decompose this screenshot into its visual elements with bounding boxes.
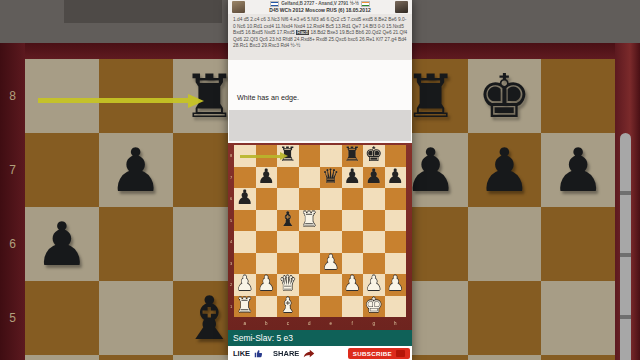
- black-player-avatar: [395, 1, 408, 13]
- white-pawn: ♟: [256, 273, 278, 295]
- square-g6: [363, 188, 385, 210]
- last-move-arrow-mini: [240, 152, 290, 161]
- square-f2: ♟: [342, 274, 364, 296]
- square-a4: [234, 231, 256, 253]
- big-board-rank-labels: 8765: [0, 59, 25, 355]
- white-player-avatar: [232, 1, 245, 13]
- square-a1: ♜: [234, 296, 256, 318]
- square-h2: ♟: [385, 274, 407, 296]
- square-h8: [541, 59, 615, 133]
- white-rook: ♜: [299, 209, 321, 231]
- square-b7: ♟: [99, 133, 173, 207]
- scrollbar[interactable]: [620, 133, 631, 360]
- square-g6: [468, 207, 542, 281]
- square-e2: [320, 274, 342, 296]
- square-h4: [385, 231, 407, 253]
- arrow-head: [280, 152, 288, 160]
- black-pawn: ♟: [363, 166, 385, 188]
- mini-board-file-labels: abcdefgh: [234, 317, 406, 329]
- notation-panel: Gelfand,B 2727 - Anand,V 2791 ½-½ D45 WC…: [228, 0, 412, 360]
- square-e3: ♟: [320, 253, 342, 275]
- black-pawn: ♟: [234, 187, 256, 209]
- square-f4: [342, 231, 364, 253]
- evaluation-text: White has an edge.: [237, 93, 299, 102]
- square-b6: [99, 207, 173, 281]
- square-b6: [256, 188, 278, 210]
- file-label-f: f: [342, 317, 364, 329]
- arrow-head: [188, 94, 204, 108]
- square-h7: ♟: [385, 167, 407, 189]
- square-e5: [320, 210, 342, 232]
- white-queen: ♛: [277, 273, 299, 295]
- israel-flag-icon: [270, 1, 279, 7]
- black-king: ♚: [363, 144, 385, 166]
- black-queen: ♛: [320, 166, 342, 188]
- bell-chip: [396, 350, 405, 357]
- game-header: Gelfand,B 2727 - Anand,V 2791 ½-½ D45 WC…: [228, 0, 412, 14]
- square-d4: [299, 231, 321, 253]
- move-list[interactable]: 1.d4 d5 2.c4 c6 3.Nc3 Nf6 4.e3 e6 5.Nf3 …: [228, 14, 412, 60]
- black-pawn: ♟: [385, 166, 407, 188]
- white-pawn: ♟: [385, 273, 407, 295]
- board-diagram: 87654321 abcdefgh ♜♜♚♟♛♟♟♟♟♝♜♟♟♟♛♟♟♟♜♝♚: [228, 143, 412, 330]
- square-c1: ♝: [277, 296, 299, 318]
- black-pawn: ♟: [342, 166, 364, 188]
- black-pawn: ♟: [99, 133, 173, 207]
- annotation-zone: White has an edge.: [228, 60, 412, 143]
- event-line: D45 WCh 2012 Moscow RUS (6) 18.05.2012: [269, 8, 370, 14]
- subscribe-label: SUBSCRIBE: [353, 350, 392, 357]
- share-button[interactable]: SHARE: [273, 349, 299, 358]
- square-b4: [256, 231, 278, 253]
- white-pawn: ♟: [363, 273, 385, 295]
- square-g5: [468, 281, 542, 355]
- subscribe-button[interactable]: SUBSCRIBE: [348, 348, 410, 359]
- square-h7: ♟: [541, 133, 615, 207]
- square-h1: [385, 296, 407, 318]
- square-d3: [299, 253, 321, 275]
- square-a5: [234, 210, 256, 232]
- square-f7: ♟: [342, 167, 364, 189]
- square-a5: [25, 281, 99, 355]
- square-a7: [25, 133, 99, 207]
- square-e6: [320, 188, 342, 210]
- black-king: ♚: [468, 59, 542, 133]
- wall-shadow: [64, 0, 222, 23]
- square-b5: [99, 281, 173, 355]
- current-move-highlight[interactable]: Rac8: [296, 30, 309, 35]
- square-c7: [277, 167, 299, 189]
- file-label-g: g: [363, 317, 385, 329]
- square-f5: [342, 210, 364, 232]
- black-pawn: ♟: [541, 133, 615, 207]
- square-d2: [299, 274, 321, 296]
- arrow-shaft: [38, 98, 188, 103]
- square-h6: [385, 188, 407, 210]
- white-bishop: ♝: [277, 295, 299, 317]
- square-g7: ♟: [468, 133, 542, 207]
- square-g8: ♚: [468, 59, 542, 133]
- square-f6: [342, 188, 364, 210]
- like-button[interactable]: LIKE: [233, 349, 250, 358]
- white-pawn: ♟: [320, 252, 342, 274]
- thumbs-up-icon[interactable]: [254, 349, 263, 358]
- square-g1: ♚: [363, 296, 385, 318]
- india-flag-icon: [361, 1, 370, 7]
- big-rank-label-5: 5: [0, 281, 25, 355]
- square-b2: ♟: [256, 274, 278, 296]
- black-rook: ♜: [342, 144, 364, 166]
- white-pawn: ♟: [234, 273, 256, 295]
- last-move-arrow-big: [38, 94, 206, 108]
- file-label-h: h: [385, 317, 407, 329]
- file-label-e: e: [320, 317, 342, 329]
- file-label-b: b: [256, 317, 278, 329]
- black-pawn: ♟: [25, 207, 99, 281]
- square-h5: [541, 281, 615, 355]
- square-d7: [299, 167, 321, 189]
- arrow-shaft: [240, 155, 280, 158]
- square-a6: ♟: [234, 188, 256, 210]
- square-g5: [363, 210, 385, 232]
- square-b5: [256, 210, 278, 232]
- white-king: ♚: [363, 295, 385, 317]
- square-d1: [299, 296, 321, 318]
- square-h6: [541, 207, 615, 281]
- black-bishop: ♝: [277, 209, 299, 231]
- black-pawn: ♟: [468, 133, 542, 207]
- square-g7: ♟: [363, 167, 385, 189]
- square-c4: [277, 231, 299, 253]
- file-label-c: c: [277, 317, 299, 329]
- square-g4: [468, 355, 542, 360]
- white-pawn: ♟: [342, 273, 364, 295]
- square-d8: [299, 145, 321, 167]
- square-a4: [25, 355, 99, 360]
- square-h5: [385, 210, 407, 232]
- action-bar: LIKE SHARE SUBSCRIBE: [228, 346, 412, 360]
- players-line: Gelfand,B 2727 - Anand,V 2791 ½-½: [270, 1, 370, 7]
- square-a6: ♟: [25, 207, 99, 281]
- square-g4: [363, 231, 385, 253]
- square-h4: [541, 355, 615, 360]
- square-b4: [99, 355, 173, 360]
- big-rank-label-8: 8: [0, 59, 25, 133]
- mini-chess-board: ♜♜♚♟♛♟♟♟♟♝♜♟♟♟♛♟♟♟♜♝♚: [234, 145, 406, 317]
- square-c5: ♝: [277, 210, 299, 232]
- square-e7: ♛: [320, 167, 342, 189]
- big-rank-label-7: 7: [0, 133, 25, 207]
- file-label-d: d: [299, 317, 321, 329]
- players-text: Gelfand,B 2727 - Anand,V 2791 ½-½: [281, 1, 359, 6]
- black-pawn: ♟: [256, 166, 278, 188]
- square-b7: ♟: [256, 167, 278, 189]
- share-arrow-icon[interactable]: [303, 349, 315, 358]
- square-e1: [320, 296, 342, 318]
- square-d5: ♜: [299, 210, 321, 232]
- file-label-a: a: [234, 317, 256, 329]
- annotation-placeholder-box: [229, 110, 411, 141]
- big-rank-label-6: 6: [0, 207, 25, 281]
- white-rook: ♜: [234, 295, 256, 317]
- square-f1: [342, 296, 364, 318]
- opening-name-bar: Semi-Slav: 5 e3: [228, 330, 412, 346]
- square-b1: [256, 296, 278, 318]
